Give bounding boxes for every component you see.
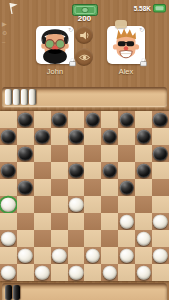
white-piece[interactable] [18, 248, 33, 263]
captured-tray-top [2, 87, 167, 107]
square-r10c4[interactable] [51, 264, 68, 281]
square-r3c2[interactable] [17, 145, 34, 162]
square-r10c2[interactable] [17, 264, 34, 281]
square-r2c6[interactable] [84, 128, 101, 145]
white-flag-icon [5, 1, 19, 15]
square-r10c5[interactable] [68, 264, 85, 281]
square-r3c4[interactable] [51, 145, 68, 162]
white-piece[interactable] [119, 248, 134, 263]
square-r8c7[interactable] [101, 230, 118, 247]
square-r5c1[interactable] [0, 179, 17, 196]
white-piece[interactable] [35, 265, 50, 280]
square-r8c4[interactable] [51, 230, 68, 247]
balance-amount: 5.58K [134, 5, 151, 12]
square-r8c8[interactable] [118, 230, 135, 247]
speech-bubble [115, 20, 127, 28]
square-r6c9[interactable] [135, 196, 152, 213]
square-r9c5[interactable] [68, 247, 85, 264]
square-r2c2[interactable] [17, 128, 34, 145]
square-r9c6[interactable] [84, 247, 101, 264]
cash-stack-icon [153, 3, 166, 13]
black-piece[interactable] [119, 180, 134, 195]
play-icon: ▶ [2, 21, 7, 28]
square-r6c10[interactable] [152, 196, 169, 213]
white-piece[interactable] [1, 265, 16, 280]
square-r8c3[interactable] [34, 230, 51, 247]
white-piece[interactable] [69, 265, 84, 280]
square-r5c6[interactable] [84, 179, 101, 196]
board [0, 111, 169, 281]
square-r8c2[interactable] [17, 230, 34, 247]
square-r9c7[interactable] [101, 247, 118, 264]
square-r7c3[interactable] [34, 213, 51, 230]
square-r1c2[interactable] [17, 111, 34, 128]
black-piece[interactable] [18, 146, 33, 161]
square-r3c7[interactable] [101, 145, 118, 162]
white-piece[interactable] [1, 197, 16, 212]
black-piece[interactable] [18, 112, 33, 127]
square-r9c10[interactable] [152, 247, 169, 264]
captured-white-piece [21, 89, 28, 105]
black-piece[interactable] [103, 163, 118, 178]
square-r10c1[interactable] [0, 264, 17, 281]
square-r4c4[interactable] [51, 162, 68, 179]
square-r5c2[interactable] [17, 179, 34, 196]
square-r2c5[interactable] [68, 128, 85, 145]
square-r1c4[interactable] [51, 111, 68, 128]
square-r3c8[interactable] [118, 145, 135, 162]
white-piece[interactable] [69, 197, 84, 212]
pot-amount: 200 [78, 14, 91, 23]
square-r2c8[interactable] [118, 128, 135, 145]
square-r5c3[interactable] [34, 179, 51, 196]
square-r1c1[interactable] [0, 111, 17, 128]
refresh-avatar-icon: ↻ [139, 26, 144, 33]
square-r10c7[interactable] [101, 264, 118, 281]
square-r3c6[interactable] [84, 145, 101, 162]
square-r10c3[interactable] [34, 264, 51, 281]
square-r7c9[interactable] [135, 213, 152, 230]
lock-icon [139, 57, 148, 67]
eye-icon [78, 51, 91, 64]
square-r2c1[interactable] [0, 128, 17, 145]
captured-black-piece [13, 285, 20, 300]
square-r1c8[interactable] [118, 111, 135, 128]
square-r4c9[interactable] [135, 162, 152, 179]
captured-white-piece [13, 89, 20, 105]
speaker-icon [78, 29, 91, 42]
white-piece[interactable] [52, 248, 67, 263]
watch-button[interactable] [75, 48, 93, 66]
square-r7c10[interactable] [152, 213, 169, 230]
black-piece[interactable] [1, 129, 16, 144]
square-r5c7[interactable] [101, 179, 118, 196]
black-piece[interactable] [69, 129, 84, 144]
square-r3c9[interactable] [135, 145, 152, 162]
black-piece[interactable] [86, 112, 101, 127]
white-piece[interactable] [136, 265, 151, 280]
black-piece[interactable] [18, 180, 33, 195]
white-piece[interactable] [153, 214, 168, 229]
square-r6c3[interactable] [34, 196, 51, 213]
refresh-avatar-icon: ↻ [68, 26, 73, 33]
square-r1c6[interactable] [84, 111, 101, 128]
square-r10c9[interactable] [135, 264, 152, 281]
square-r4c10[interactable] [152, 162, 169, 179]
captured-black-piece [5, 285, 12, 300]
resign-flag-button[interactable] [5, 1, 19, 15]
square-r9c1[interactable] [0, 247, 17, 264]
square-r8c5[interactable] [68, 230, 85, 247]
player-avatar-john[interactable]: ↻ [36, 26, 74, 64]
captured-white-piece [5, 89, 12, 105]
captured-tray-bottom [2, 283, 167, 300]
square-r6c4[interactable] [51, 196, 68, 213]
square-r1c10[interactable] [152, 111, 169, 128]
square-r9c4[interactable] [51, 247, 68, 264]
square-r9c9[interactable] [135, 247, 152, 264]
square-r7c7[interactable] [101, 213, 118, 230]
square-r5c9[interactable] [135, 179, 152, 196]
square-r2c3[interactable] [34, 128, 51, 145]
black-piece[interactable] [69, 163, 84, 178]
white-piece[interactable] [153, 248, 168, 263]
square-r4c8[interactable] [118, 162, 135, 179]
player-name-left: John [36, 67, 74, 76]
sound-button[interactable] [75, 26, 93, 44]
square-r3c10[interactable] [152, 145, 169, 162]
square-r3c1[interactable] [0, 145, 17, 162]
white-piece[interactable] [119, 214, 134, 229]
balance-button[interactable]: 5.58K [134, 3, 166, 13]
square-r4c3[interactable] [34, 162, 51, 179]
square-r4c5[interactable] [68, 162, 85, 179]
square-r7c8[interactable] [118, 213, 135, 230]
black-piece[interactable] [103, 129, 118, 144]
player-name-right: Alex [107, 67, 145, 76]
square-r4c1[interactable] [0, 162, 17, 179]
square-r5c4[interactable] [51, 179, 68, 196]
square-r6c1[interactable] [0, 196, 17, 213]
square-r5c10[interactable] [152, 179, 169, 196]
square-r7c4[interactable] [51, 213, 68, 230]
captured-white-piece [29, 89, 36, 105]
square-r4c2[interactable] [17, 162, 34, 179]
square-r2c4[interactable] [51, 128, 68, 145]
white-piece[interactable] [1, 231, 16, 246]
square-r9c8[interactable] [118, 247, 135, 264]
square-r3c3[interactable] [34, 145, 51, 162]
black-piece[interactable] [119, 112, 134, 127]
square-r1c9[interactable] [135, 111, 152, 128]
square-r7c2[interactable] [17, 213, 34, 230]
square-r8c9[interactable] [135, 230, 152, 247]
white-piece[interactable] [136, 231, 151, 246]
square-r6c8[interactable] [118, 196, 135, 213]
square-r7c5[interactable] [68, 213, 85, 230]
black-piece[interactable] [1, 163, 16, 178]
player-avatar-alex[interactable]: ↻ [107, 26, 145, 64]
square-r5c5[interactable] [68, 179, 85, 196]
square-r2c7[interactable] [101, 128, 118, 145]
square-r7c6[interactable] [84, 213, 101, 230]
black-piece[interactable] [136, 163, 151, 178]
side-mini-icons: ▶ ⚙ – [2, 21, 7, 46]
square-r8c1[interactable] [0, 230, 17, 247]
square-r4c6[interactable] [84, 162, 101, 179]
black-piece[interactable] [52, 112, 67, 127]
square-r7c1[interactable] [0, 213, 17, 230]
black-piece[interactable] [153, 146, 168, 161]
white-piece[interactable] [103, 265, 118, 280]
gear-icon: ⚙ [2, 30, 7, 37]
square-r2c9[interactable] [135, 128, 152, 145]
square-r8c10[interactable] [152, 230, 169, 247]
square-r1c3[interactable] [34, 111, 51, 128]
square-r10c6[interactable] [84, 264, 101, 281]
square-r10c8[interactable] [118, 264, 135, 281]
square-r6c2[interactable] [17, 196, 34, 213]
square-r1c7[interactable] [101, 111, 118, 128]
square-r9c3[interactable] [34, 247, 51, 264]
square-r6c6[interactable] [84, 196, 101, 213]
square-r1c5[interactable] [68, 111, 85, 128]
square-r8c6[interactable] [84, 230, 101, 247]
black-piece[interactable] [153, 112, 168, 127]
square-r6c5[interactable] [68, 196, 85, 213]
square-r6c7[interactable] [101, 196, 118, 213]
square-r3c5[interactable] [68, 145, 85, 162]
square-r4c7[interactable] [101, 162, 118, 179]
square-r10c10[interactable] [152, 264, 169, 281]
dash-icon: – [2, 39, 7, 46]
black-piece[interactable] [136, 129, 151, 144]
white-piece[interactable] [86, 248, 101, 263]
black-piece[interactable] [35, 129, 50, 144]
square-r5c8[interactable] [118, 179, 135, 196]
square-r9c2[interactable] [17, 247, 34, 264]
pot-money-button[interactable] [72, 2, 98, 14]
square-r2c10[interactable] [152, 128, 169, 145]
checkers-app: 200 5.58K ▶ ⚙ – ↻ J [0, 0, 169, 300]
